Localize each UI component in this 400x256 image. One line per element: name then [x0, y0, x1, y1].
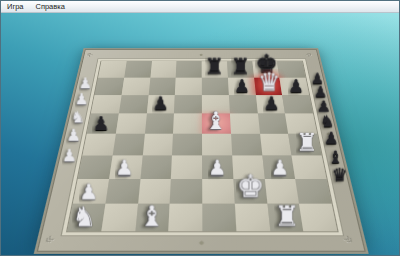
menu-help[interactable]: Справка — [29, 1, 70, 12]
edge-mark-top: ◆ — [199, 53, 203, 57]
square-h7[interactable]: ♟ — [280, 78, 310, 95]
piece-white-pawn-e3[interactable]: ♟ — [208, 157, 226, 178]
square-e4[interactable] — [202, 134, 232, 156]
chess-board[interactable]: ♜♜♚♟♛♟♟♟♟♝♜♟♟♟♟♚♞♝♜ ♟♟♞♟♟♟♟♟♞♟♝♛«»«»◆◆◆◆ — [37, 49, 366, 251]
square-h6[interactable] — [282, 95, 313, 114]
piece-white-bishop-c1[interactable]: ♝ — [139, 202, 164, 230]
square-b7[interactable] — [121, 78, 150, 95]
piece-white-king-f2[interactable]: ♚ — [237, 171, 265, 202]
square-a8[interactable] — [98, 61, 126, 77]
square-b1[interactable] — [101, 204, 137, 231]
square-f6[interactable] — [229, 95, 258, 114]
square-e2[interactable] — [202, 179, 234, 204]
game-area: ♜♜♚♟♛♟♟♟♟♝♜♟♟♟♟♚♞♝♜ ♟♟♞♟♟♟♟♟♞♟♝♛«»«»◆◆◆◆ — [1, 13, 399, 255]
square-b8[interactable] — [124, 61, 152, 77]
corner-ornament-tr: » — [302, 51, 315, 59]
corner-ornament-br: » — [341, 232, 357, 247]
square-f4[interactable] — [231, 134, 262, 156]
square-g6[interactable]: ♟ — [255, 95, 285, 114]
square-c8[interactable] — [150, 61, 177, 77]
menu-game[interactable]: Игра — [1, 1, 29, 12]
square-d8[interactable] — [176, 61, 202, 77]
square-d6[interactable] — [174, 95, 202, 114]
square-g3[interactable]: ♟ — [262, 155, 296, 178]
edge-mark-bottom: ◆ — [199, 238, 205, 245]
square-b3[interactable]: ♟ — [109, 155, 142, 178]
square-e8[interactable]: ♜ — [202, 61, 228, 77]
piece-black-rook-f8[interactable]: ♜ — [231, 55, 250, 77]
square-b2[interactable] — [105, 179, 140, 204]
captured-black-queen-R6: ♛ — [332, 167, 348, 184]
square-f1[interactable] — [235, 204, 270, 231]
square-g1[interactable]: ♜ — [267, 204, 304, 231]
piece-white-knight-a1[interactable]: ♞ — [72, 203, 96, 230]
piece-white-pawn-b3[interactable]: ♟ — [115, 157, 133, 178]
square-g5[interactable] — [257, 114, 288, 134]
square-c4[interactable] — [142, 134, 173, 156]
captured-white-pawn-L0: ♟ — [79, 76, 92, 91]
square-b4[interactable] — [112, 134, 144, 156]
corner-ornament-bl: « — [41, 232, 57, 247]
piece-white-pawn-a2[interactable]: ♟ — [80, 182, 99, 203]
square-d3[interactable] — [171, 155, 202, 178]
square-d7[interactable] — [175, 78, 202, 95]
square-e5[interactable]: ♝ — [202, 114, 231, 134]
square-h1[interactable] — [299, 204, 337, 231]
piece-black-pawn-c6[interactable]: ♟ — [152, 95, 168, 113]
square-f7[interactable]: ♟ — [228, 78, 256, 95]
board-grid: ♜♜♚♟♛♟♟♟♟♝♜♟♟♟♟♚♞♝♜ — [66, 61, 339, 233]
square-d2[interactable] — [170, 179, 202, 204]
square-e1[interactable] — [202, 204, 236, 231]
square-a7[interactable] — [95, 78, 124, 95]
square-b5[interactable] — [116, 114, 147, 134]
square-c3[interactable] — [140, 155, 172, 178]
square-a1[interactable]: ♞ — [67, 204, 105, 231]
square-f2[interactable]: ♚ — [233, 179, 267, 204]
square-a3[interactable] — [78, 155, 113, 178]
square-c5[interactable] — [144, 114, 174, 134]
square-h3[interactable] — [292, 155, 327, 178]
square-g4[interactable] — [260, 134, 292, 156]
corner-ornament-tl: « — [84, 51, 97, 59]
board-scene: ♜♜♚♟♛♟♟♟♟♝♜♟♟♟♟♚♞♝♜ ♟♟♞♟♟♟♟♟♞♟♝♛«»«»◆◆◆◆ — [1, 13, 399, 255]
piece-white-rook-h4[interactable]: ♜ — [295, 130, 317, 155]
piece-white-rook-g1[interactable]: ♜ — [274, 202, 299, 230]
captured-white-pawn-L1: ♟ — [75, 92, 89, 107]
square-d5[interactable] — [173, 114, 202, 134]
square-e7[interactable] — [202, 78, 229, 95]
captured-white-pawn-L4: ♟ — [62, 147, 77, 164]
square-b6[interactable] — [119, 95, 149, 114]
piece-black-pawn-h7[interactable]: ♟ — [288, 77, 304, 95]
captured-white-knight-L2: ♞ — [71, 109, 85, 125]
square-d1[interactable] — [169, 204, 203, 231]
square-c1[interactable]: ♝ — [135, 204, 170, 231]
square-d4[interactable] — [172, 134, 202, 156]
captured-black-bishop-R5: ♝ — [328, 149, 343, 166]
square-h2[interactable] — [295, 179, 331, 204]
captured-white-pawn-L3: ♟ — [66, 128, 81, 144]
captured-black-pawn-R4: ♟ — [324, 131, 339, 147]
piece-black-rook-e8[interactable]: ♜ — [205, 55, 224, 77]
square-a4[interactable] — [83, 134, 116, 156]
captured-black-knight-R3: ♞ — [320, 114, 334, 130]
piece-black-pawn-a5[interactable]: ♟ — [93, 114, 110, 133]
square-f5[interactable] — [230, 114, 260, 134]
square-e3[interactable]: ♟ — [202, 155, 233, 178]
square-h4[interactable]: ♜ — [288, 134, 321, 156]
piece-black-pawn-f7[interactable]: ♟ — [234, 77, 250, 95]
piece-white-pawn-g3[interactable]: ♟ — [271, 157, 289, 178]
square-a6[interactable] — [91, 95, 122, 114]
piece-white-bishop-e5[interactable]: ♝ — [206, 109, 228, 133]
square-c6[interactable]: ♟ — [146, 95, 175, 114]
piece-black-pawn-g6[interactable]: ♟ — [263, 95, 279, 113]
square-a5[interactable]: ♟ — [87, 114, 119, 134]
chess-titans-window: Игра Справка ♜♜♚♟♛♟♟♟♟♝♜♟♟♟♟♚♞♝♜ ♟♟♞♟♟♟♟… — [0, 0, 400, 256]
menu-bar: Игра Справка — [1, 1, 399, 13]
piece-white-queen-g7[interactable]: ♛ — [258, 69, 281, 94]
